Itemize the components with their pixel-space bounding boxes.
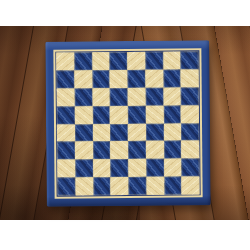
square-d1 (111, 177, 129, 195)
square-e4 (128, 123, 146, 141)
square-e3 (128, 141, 146, 159)
square-e2 (128, 159, 146, 177)
square-h8 (181, 51, 199, 69)
board-field (55, 50, 200, 196)
square-d4 (110, 124, 128, 142)
square-g3 (164, 141, 182, 159)
square-c8 (92, 52, 110, 70)
square-h4 (181, 123, 199, 141)
square-f7 (145, 70, 163, 88)
square-h7 (181, 69, 199, 87)
square-a5 (57, 106, 75, 124)
square-f3 (146, 141, 164, 159)
square-e7 (128, 70, 146, 88)
square-f6 (145, 87, 163, 105)
square-c3 (93, 142, 111, 160)
square-d6 (110, 88, 128, 106)
square-a3 (57, 142, 75, 160)
square-g5 (163, 105, 181, 123)
square-b6 (74, 88, 92, 106)
square-g8 (163, 52, 181, 70)
chessboard (45, 40, 210, 206)
board-fillet (53, 48, 202, 198)
photo-canvas (0, 0, 250, 250)
square-c5 (92, 106, 110, 124)
square-e8 (127, 52, 145, 70)
square-b1 (75, 177, 93, 195)
square-h1 (182, 177, 200, 195)
square-f8 (145, 52, 163, 70)
square-c7 (92, 70, 110, 88)
square-b7 (74, 70, 92, 88)
square-b4 (75, 124, 93, 142)
square-a2 (57, 160, 75, 178)
square-g6 (163, 87, 181, 105)
square-g7 (163, 69, 181, 87)
square-b5 (75, 106, 93, 124)
square-c6 (92, 88, 110, 106)
square-g4 (163, 123, 181, 141)
square-h6 (181, 87, 199, 105)
square-d3 (110, 141, 128, 159)
square-h2 (182, 159, 200, 177)
square-d7 (110, 70, 128, 88)
square-c1 (93, 177, 111, 195)
square-c4 (93, 124, 111, 142)
square-d8 (110, 52, 128, 70)
square-f5 (146, 105, 164, 123)
square-d5 (110, 106, 128, 124)
square-e6 (128, 88, 146, 106)
square-a1 (57, 178, 75, 196)
square-b3 (75, 142, 93, 160)
square-g2 (164, 159, 182, 177)
square-f2 (146, 159, 164, 177)
square-f4 (146, 123, 164, 141)
square-a8 (56, 52, 74, 70)
square-c2 (93, 159, 111, 177)
square-e1 (128, 177, 146, 195)
square-d2 (111, 159, 129, 177)
square-g1 (164, 177, 182, 195)
square-a6 (57, 88, 75, 106)
square-e5 (128, 105, 146, 123)
square-a4 (57, 124, 75, 142)
square-b8 (74, 52, 92, 70)
square-a7 (57, 70, 75, 88)
square-h5 (181, 105, 199, 123)
square-h3 (181, 141, 199, 159)
square-f1 (146, 177, 164, 195)
square-b2 (75, 160, 93, 178)
